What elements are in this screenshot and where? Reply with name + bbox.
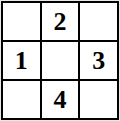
cell-r0c2[interactable] [80, 3, 117, 40]
puzzle-board: 2 1 3 4 [1, 1, 119, 120]
cell-r0c0[interactable] [3, 3, 40, 40]
cell-r1c2[interactable]: 3 [80, 42, 117, 79]
cell-r2c2[interactable] [80, 81, 117, 118]
cell-r2c1[interactable]: 4 [42, 81, 79, 118]
cell-r0c1[interactable]: 2 [42, 3, 79, 40]
cell-r1c1[interactable] [42, 42, 79, 79]
cell-r2c0[interactable] [3, 81, 40, 118]
puzzle-board-frame: 2 1 3 4 [0, 0, 120, 121]
cell-r1c0[interactable]: 1 [3, 42, 40, 79]
